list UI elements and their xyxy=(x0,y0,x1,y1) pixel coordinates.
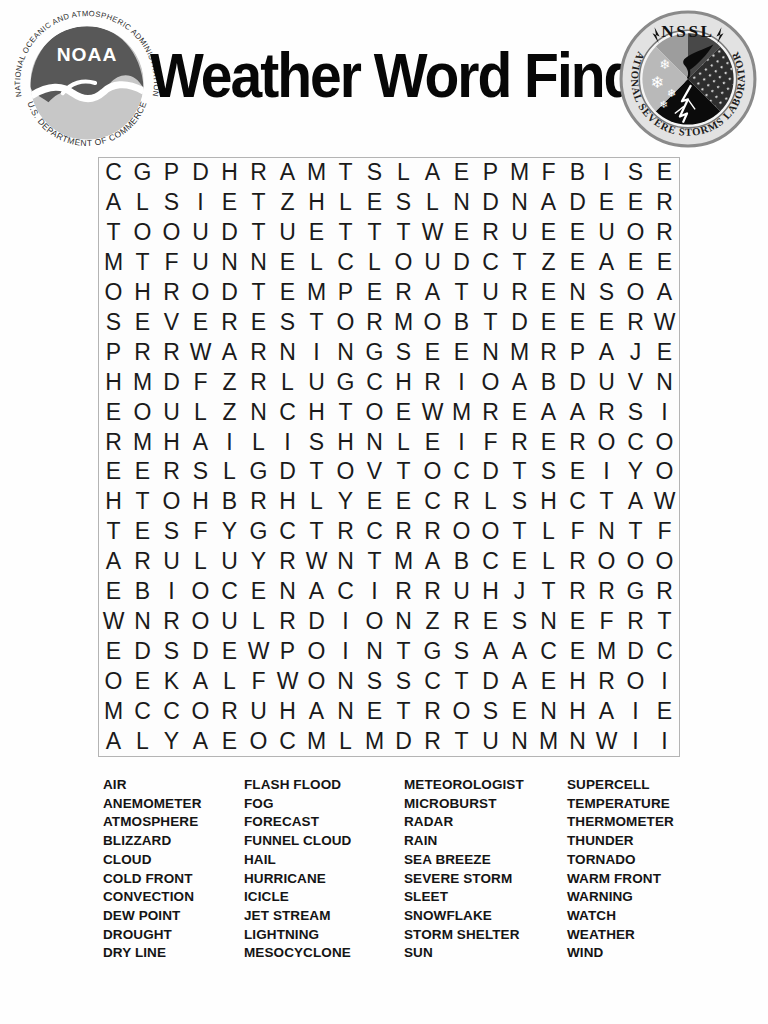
grid-cell-r12c3[interactable]: O xyxy=(157,487,186,517)
grid-cell-r2c13[interactable]: N xyxy=(447,188,476,218)
grid-cell-r9c15[interactable]: E xyxy=(505,397,534,427)
grid-cell-r1c3[interactable]: P xyxy=(157,158,186,188)
grid-cell-r12c20[interactable]: W xyxy=(650,487,679,517)
grid-cell-r15c8[interactable]: A xyxy=(302,577,331,607)
grid-cell-r4c19[interactable]: E xyxy=(621,248,650,278)
grid-cell-r15c4[interactable]: O xyxy=(186,577,215,607)
grid-cell-r12c8[interactable]: L xyxy=(302,487,331,517)
grid-cell-r19c3[interactable]: C xyxy=(157,696,186,726)
grid-cell-r5c9[interactable]: P xyxy=(331,278,360,308)
grid-cell-r9c7[interactable]: C xyxy=(273,397,302,427)
grid-cell-r9c13[interactable]: M xyxy=(447,397,476,427)
grid-cell-r17c20[interactable]: C xyxy=(650,636,679,666)
grid-cell-r13c4[interactable]: F xyxy=(186,517,215,547)
grid-cell-r15c11[interactable]: R xyxy=(389,577,418,607)
grid-cell-r1c19[interactable]: S xyxy=(621,158,650,188)
grid-cell-r1c4[interactable]: D xyxy=(186,158,215,188)
grid-cell-r17c8[interactable]: O xyxy=(302,636,331,666)
grid-cell-r8c15[interactable]: A xyxy=(505,367,534,397)
grid-cell-r15c20[interactable]: R xyxy=(650,577,679,607)
grid-cell-r16c6[interactable]: L xyxy=(244,606,273,636)
grid-cell-r16c9[interactable]: I xyxy=(331,606,360,636)
grid-cell-r10c12[interactable]: E xyxy=(418,427,447,457)
grid-cell-r16c7[interactable]: R xyxy=(273,606,302,636)
grid-cell-r5c11[interactable]: R xyxy=(389,278,418,308)
grid-cell-r6c7[interactable]: S xyxy=(273,307,302,337)
grid-cell-r16c11[interactable]: N xyxy=(389,606,418,636)
grid-cell-r6c19[interactable]: R xyxy=(621,307,650,337)
grid-cell-r10c10[interactable]: N xyxy=(360,427,389,457)
grid-cell-r4c20[interactable]: E xyxy=(650,248,679,278)
grid-cell-r19c2[interactable]: C xyxy=(128,696,157,726)
grid-cell-r11c9[interactable]: O xyxy=(331,457,360,487)
grid-cell-r2c11[interactable]: S xyxy=(389,188,418,218)
grid-cell-r3c2[interactable]: O xyxy=(128,218,157,248)
grid-cell-r18c4[interactable]: A xyxy=(186,666,215,696)
grid-cell-r19c4[interactable]: O xyxy=(186,696,215,726)
grid-cell-r20c5[interactable]: E xyxy=(215,726,244,756)
grid-cell-r20c9[interactable]: L xyxy=(331,726,360,756)
grid-cell-r9c3[interactable]: U xyxy=(157,397,186,427)
grid-cell-r5c6[interactable]: T xyxy=(244,278,273,308)
grid-cell-r7c16[interactable]: R xyxy=(534,337,563,367)
grid-cell-r20c1[interactable]: A xyxy=(99,726,128,756)
grid-cell-r7c8[interactable]: I xyxy=(302,337,331,367)
grid-cell-r6c4[interactable]: E xyxy=(186,307,215,337)
grid-cell-r17c3[interactable]: S xyxy=(157,636,186,666)
grid-cell-r18c16[interactable]: E xyxy=(534,666,563,696)
grid-cell-r5c8[interactable]: M xyxy=(302,278,331,308)
grid-cell-r7c1[interactable]: P xyxy=(99,337,128,367)
grid-cell-r11c16[interactable]: S xyxy=(534,457,563,487)
grid-cell-r4c14[interactable]: C xyxy=(476,248,505,278)
grid-cell-r5c5[interactable]: D xyxy=(215,278,244,308)
grid-cell-r8c14[interactable]: O xyxy=(476,367,505,397)
grid-cell-r9c2[interactable]: O xyxy=(128,397,157,427)
grid-cell-r7c20[interactable]: E xyxy=(650,337,679,367)
grid-cell-r2c15[interactable]: N xyxy=(505,188,534,218)
grid-cell-r16c15[interactable]: S xyxy=(505,606,534,636)
grid-cell-r15c10[interactable]: I xyxy=(360,577,389,607)
grid-cell-r10c3[interactable]: H xyxy=(157,427,186,457)
grid-cell-r6c5[interactable]: R xyxy=(215,307,244,337)
grid-cell-r18c18[interactable]: R xyxy=(592,666,621,696)
grid-cell-r18c6[interactable]: F xyxy=(244,666,273,696)
grid-cell-r14c1[interactable]: A xyxy=(99,547,128,577)
grid-cell-r3c12[interactable]: W xyxy=(418,218,447,248)
grid-cell-r19c17[interactable]: H xyxy=(563,696,592,726)
grid-cell-r14c5[interactable]: U xyxy=(215,547,244,577)
grid-cell-r2c8[interactable]: H xyxy=(302,188,331,218)
grid-cell-r19c14[interactable]: S xyxy=(476,696,505,726)
grid-cell-r18c7[interactable]: W xyxy=(273,666,302,696)
grid-cell-r8c5[interactable]: Z xyxy=(215,367,244,397)
grid-cell-r1c12[interactable]: A xyxy=(418,158,447,188)
grid-cell-r4c12[interactable]: U xyxy=(418,248,447,278)
grid-cell-r7c9[interactable]: N xyxy=(331,337,360,367)
grid-cell-r14c10[interactable]: T xyxy=(360,547,389,577)
grid-cell-r16c12[interactable]: Z xyxy=(418,606,447,636)
grid-cell-r3c18[interactable]: U xyxy=(592,218,621,248)
grid-cell-r6c8[interactable]: T xyxy=(302,307,331,337)
grid-cell-r14c16[interactable]: L xyxy=(534,547,563,577)
grid-cell-r7c17[interactable]: P xyxy=(563,337,592,367)
grid-cell-r3c15[interactable]: U xyxy=(505,218,534,248)
grid-cell-r2c12[interactable]: L xyxy=(418,188,447,218)
grid-cell-r5c20[interactable]: A xyxy=(650,278,679,308)
grid-cell-r3c7[interactable]: U xyxy=(273,218,302,248)
grid-cell-r8c7[interactable]: L xyxy=(273,367,302,397)
grid-cell-r19c1[interactable]: M xyxy=(99,696,128,726)
grid-cell-r4c11[interactable]: O xyxy=(389,248,418,278)
grid-cell-r14c3[interactable]: U xyxy=(157,547,186,577)
grid-cell-r20c10[interactable]: M xyxy=(360,726,389,756)
grid-cell-r10c8[interactable]: S xyxy=(302,427,331,457)
grid-cell-r1c2[interactable]: G xyxy=(128,158,157,188)
grid-cell-r1c9[interactable]: T xyxy=(331,158,360,188)
grid-cell-r13c18[interactable]: N xyxy=(592,517,621,547)
grid-cell-r15c6[interactable]: E xyxy=(244,577,273,607)
grid-cell-r1c16[interactable]: F xyxy=(534,158,563,188)
grid-cell-r10c6[interactable]: L xyxy=(244,427,273,457)
grid-cell-r2c19[interactable]: E xyxy=(621,188,650,218)
grid-cell-r11c7[interactable]: D xyxy=(273,457,302,487)
grid-cell-r6c18[interactable]: E xyxy=(592,307,621,337)
grid-cell-r10c5[interactable]: I xyxy=(215,427,244,457)
grid-cell-r14c18[interactable]: O xyxy=(592,547,621,577)
grid-cell-r7c12[interactable]: E xyxy=(418,337,447,367)
grid-cell-r20c4[interactable]: A xyxy=(186,726,215,756)
grid-cell-r3c11[interactable]: T xyxy=(389,218,418,248)
grid-cell-r19c10[interactable]: E xyxy=(360,696,389,726)
grid-cell-r4c3[interactable]: F xyxy=(157,248,186,278)
grid-cell-r6c15[interactable]: D xyxy=(505,307,534,337)
grid-cell-r4c10[interactable]: L xyxy=(360,248,389,278)
grid-cell-r20c12[interactable]: R xyxy=(418,726,447,756)
grid-cell-r17c14[interactable]: A xyxy=(476,636,505,666)
grid-cell-r5c4[interactable]: O xyxy=(186,278,215,308)
grid-cell-r2c17[interactable]: D xyxy=(563,188,592,218)
grid-cell-r19c19[interactable]: I xyxy=(621,696,650,726)
grid-cell-r11c11[interactable]: T xyxy=(389,457,418,487)
grid-cell-r19c9[interactable]: N xyxy=(331,696,360,726)
grid-cell-r8c3[interactable]: D xyxy=(157,367,186,397)
grid-cell-r3c8[interactable]: E xyxy=(302,218,331,248)
grid-cell-r20c17[interactable]: N xyxy=(563,726,592,756)
grid-cell-r17c6[interactable]: W xyxy=(244,636,273,666)
grid-cell-r11c5[interactable]: L xyxy=(215,457,244,487)
grid-cell-r19c16[interactable]: N xyxy=(534,696,563,726)
grid-cell-r15c19[interactable]: G xyxy=(621,577,650,607)
grid-cell-r18c11[interactable]: S xyxy=(389,666,418,696)
grid-cell-r4c9[interactable]: C xyxy=(331,248,360,278)
grid-cell-r11c3[interactable]: R xyxy=(157,457,186,487)
grid-cell-r20c7[interactable]: C xyxy=(273,726,302,756)
grid-cell-r2c4[interactable]: I xyxy=(186,188,215,218)
grid-cell-r18c10[interactable]: S xyxy=(360,666,389,696)
grid-cell-r17c7[interactable]: P xyxy=(273,636,302,666)
grid-cell-r17c4[interactable]: D xyxy=(186,636,215,666)
grid-cell-r15c2[interactable]: B xyxy=(128,577,157,607)
grid-cell-r3c6[interactable]: T xyxy=(244,218,273,248)
grid-cell-r16c17[interactable]: E xyxy=(563,606,592,636)
grid-cell-r8c2[interactable]: M xyxy=(128,367,157,397)
grid-cell-r19c18[interactable]: A xyxy=(592,696,621,726)
grid-cell-r17c11[interactable]: T xyxy=(389,636,418,666)
grid-cell-r16c1[interactable]: W xyxy=(99,606,128,636)
grid-cell-r5c2[interactable]: H xyxy=(128,278,157,308)
grid-cell-r8c12[interactable]: R xyxy=(418,367,447,397)
grid-cell-r18c3[interactable]: K xyxy=(157,666,186,696)
grid-cell-r18c8[interactable]: O xyxy=(302,666,331,696)
grid-cell-r13c10[interactable]: C xyxy=(360,517,389,547)
grid-cell-r1c13[interactable]: E xyxy=(447,158,476,188)
grid-cell-r3c19[interactable]: O xyxy=(621,218,650,248)
grid-cell-r2c6[interactable]: T xyxy=(244,188,273,218)
grid-cell-r3c14[interactable]: R xyxy=(476,218,505,248)
grid-cell-r4c15[interactable]: T xyxy=(505,248,534,278)
grid-cell-r3c9[interactable]: T xyxy=(331,218,360,248)
grid-cell-r5c16[interactable]: E xyxy=(534,278,563,308)
grid-cell-r15c15[interactable]: J xyxy=(505,577,534,607)
grid-cell-r16c3[interactable]: R xyxy=(157,606,186,636)
grid-cell-r7c13[interactable]: E xyxy=(447,337,476,367)
grid-cell-r3c10[interactable]: T xyxy=(360,218,389,248)
grid-cell-r5c1[interactable]: O xyxy=(99,278,128,308)
grid-cell-r11c19[interactable]: Y xyxy=(621,457,650,487)
grid-cell-r13c16[interactable]: L xyxy=(534,517,563,547)
grid-cell-r13c14[interactable]: O xyxy=(476,517,505,547)
grid-cell-r6c12[interactable]: O xyxy=(418,307,447,337)
grid-cell-r14c17[interactable]: R xyxy=(563,547,592,577)
grid-cell-r8c9[interactable]: G xyxy=(331,367,360,397)
grid-cell-r12c12[interactable]: C xyxy=(418,487,447,517)
grid-cell-r19c7[interactable]: H xyxy=(273,696,302,726)
grid-cell-r10c14[interactable]: F xyxy=(476,427,505,457)
grid-cell-r1c17[interactable]: B xyxy=(563,158,592,188)
grid-cell-r9c11[interactable]: E xyxy=(389,397,418,427)
grid-cell-r14c6[interactable]: Y xyxy=(244,547,273,577)
grid-cell-r17c17[interactable]: E xyxy=(563,636,592,666)
grid-cell-r2c16[interactable]: A xyxy=(534,188,563,218)
grid-cell-r6c10[interactable]: R xyxy=(360,307,389,337)
grid-cell-r1c7[interactable]: A xyxy=(273,158,302,188)
grid-cell-r5c18[interactable]: S xyxy=(592,278,621,308)
grid-cell-r15c13[interactable]: U xyxy=(447,577,476,607)
grid-cell-r15c1[interactable]: E xyxy=(99,577,128,607)
grid-cell-r10c9[interactable]: H xyxy=(331,427,360,457)
grid-cell-r9c10[interactable]: O xyxy=(360,397,389,427)
grid-cell-r20c8[interactable]: M xyxy=(302,726,331,756)
grid-cell-r18c5[interactable]: L xyxy=(215,666,244,696)
grid-cell-r10c2[interactable]: M xyxy=(128,427,157,457)
grid-cell-r1c14[interactable]: P xyxy=(476,158,505,188)
grid-cell-r3c3[interactable]: O xyxy=(157,218,186,248)
grid-cell-r4c17[interactable]: E xyxy=(563,248,592,278)
grid-cell-r9c9[interactable]: T xyxy=(331,397,360,427)
grid-cell-r10c15[interactable]: R xyxy=(505,427,534,457)
grid-cell-r4c8[interactable]: L xyxy=(302,248,331,278)
grid-cell-r20c20[interactable]: I xyxy=(650,726,679,756)
grid-cell-r5c7[interactable]: E xyxy=(273,278,302,308)
grid-cell-r1c6[interactable]: R xyxy=(244,158,273,188)
grid-cell-r19c6[interactable]: U xyxy=(244,696,273,726)
grid-cell-r10c19[interactable]: C xyxy=(621,427,650,457)
grid-cell-r14c14[interactable]: C xyxy=(476,547,505,577)
grid-cell-r7c19[interactable]: J xyxy=(621,337,650,367)
grid-cell-r10c20[interactable]: O xyxy=(650,427,679,457)
grid-cell-r3c20[interactable]: R xyxy=(650,218,679,248)
grid-cell-r15c18[interactable]: R xyxy=(592,577,621,607)
grid-cell-r4c2[interactable]: T xyxy=(128,248,157,278)
grid-cell-r4c16[interactable]: Z xyxy=(534,248,563,278)
grid-cell-r18c2[interactable]: E xyxy=(128,666,157,696)
grid-cell-r11c6[interactable]: G xyxy=(244,457,273,487)
grid-cell-r12c1[interactable]: H xyxy=(99,487,128,517)
grid-cell-r5c17[interactable]: N xyxy=(563,278,592,308)
grid-cell-r7c2[interactable]: R xyxy=(128,337,157,367)
grid-cell-r8c8[interactable]: U xyxy=(302,367,331,397)
grid-cell-r13c13[interactable]: O xyxy=(447,517,476,547)
grid-cell-r17c5[interactable]: E xyxy=(215,636,244,666)
grid-cell-r4c13[interactable]: D xyxy=(447,248,476,278)
grid-cell-r9c16[interactable]: A xyxy=(534,397,563,427)
grid-cell-r2c10[interactable]: E xyxy=(360,188,389,218)
grid-cell-r5c15[interactable]: R xyxy=(505,278,534,308)
grid-cell-r15c14[interactable]: H xyxy=(476,577,505,607)
grid-cell-r2c2[interactable]: L xyxy=(128,188,157,218)
grid-cell-r12c4[interactable]: H xyxy=(186,487,215,517)
grid-cell-r3c1[interactable]: T xyxy=(99,218,128,248)
grid-cell-r15c17[interactable]: R xyxy=(563,577,592,607)
grid-cell-r17c1[interactable]: E xyxy=(99,636,128,666)
grid-cell-r13c12[interactable]: R xyxy=(418,517,447,547)
grid-cell-r20c2[interactable]: L xyxy=(128,726,157,756)
grid-cell-r17c16[interactable]: C xyxy=(534,636,563,666)
grid-cell-r1c8[interactable]: M xyxy=(302,158,331,188)
grid-cell-r8c1[interactable]: H xyxy=(99,367,128,397)
grid-cell-r14c11[interactable]: M xyxy=(389,547,418,577)
grid-cell-r3c13[interactable]: E xyxy=(447,218,476,248)
grid-cell-r10c18[interactable]: O xyxy=(592,427,621,457)
grid-cell-r11c13[interactable]: C xyxy=(447,457,476,487)
grid-cell-r2c18[interactable]: E xyxy=(592,188,621,218)
grid-cell-r13c17[interactable]: F xyxy=(563,517,592,547)
grid-cell-r15c16[interactable]: T xyxy=(534,577,563,607)
grid-cell-r18c15[interactable]: A xyxy=(505,666,534,696)
grid-cell-r14c8[interactable]: W xyxy=(302,547,331,577)
grid-cell-r2c3[interactable]: S xyxy=(157,188,186,218)
grid-cell-r5c14[interactable]: U xyxy=(476,278,505,308)
grid-cell-r14c4[interactable]: L xyxy=(186,547,215,577)
grid-cell-r13c7[interactable]: C xyxy=(273,517,302,547)
grid-cell-r16c13[interactable]: R xyxy=(447,606,476,636)
grid-cell-r7c18[interactable]: A xyxy=(592,337,621,367)
grid-cell-r9c1[interactable]: E xyxy=(99,397,128,427)
grid-cell-r16c19[interactable]: R xyxy=(621,606,650,636)
grid-cell-r16c18[interactable]: F xyxy=(592,606,621,636)
grid-cell-r10c11[interactable]: L xyxy=(389,427,418,457)
grid-cell-r8c19[interactable]: V xyxy=(621,367,650,397)
grid-cell-r20c18[interactable]: W xyxy=(592,726,621,756)
grid-cell-r16c16[interactable]: N xyxy=(534,606,563,636)
grid-cell-r19c5[interactable]: R xyxy=(215,696,244,726)
grid-cell-r19c20[interactable]: E xyxy=(650,696,679,726)
grid-cell-r7c10[interactable]: G xyxy=(360,337,389,367)
grid-cell-r3c4[interactable]: U xyxy=(186,218,215,248)
grid-cell-r18c13[interactable]: T xyxy=(447,666,476,696)
grid-cell-r14c9[interactable]: N xyxy=(331,547,360,577)
grid-cell-r9c6[interactable]: N xyxy=(244,397,273,427)
grid-cell-r11c4[interactable]: S xyxy=(186,457,215,487)
grid-cell-r14c19[interactable]: O xyxy=(621,547,650,577)
grid-cell-r3c16[interactable]: E xyxy=(534,218,563,248)
grid-cell-r13c11[interactable]: R xyxy=(389,517,418,547)
grid-cell-r1c15[interactable]: M xyxy=(505,158,534,188)
grid-cell-r2c7[interactable]: Z xyxy=(273,188,302,218)
grid-cell-r19c13[interactable]: O xyxy=(447,696,476,726)
grid-cell-r14c2[interactable]: R xyxy=(128,547,157,577)
grid-cell-r9c4[interactable]: L xyxy=(186,397,215,427)
grid-cell-r13c20[interactable]: F xyxy=(650,517,679,547)
grid-cell-r13c8[interactable]: T xyxy=(302,517,331,547)
grid-cell-r12c5[interactable]: B xyxy=(215,487,244,517)
grid-cell-r10c4[interactable]: A xyxy=(186,427,215,457)
grid-cell-r11c18[interactable]: I xyxy=(592,457,621,487)
grid-cell-r7c5[interactable]: A xyxy=(215,337,244,367)
grid-cell-r6c6[interactable]: E xyxy=(244,307,273,337)
grid-cell-r3c17[interactable]: E xyxy=(563,218,592,248)
grid-cell-r8c17[interactable]: D xyxy=(563,367,592,397)
grid-cell-r4c4[interactable]: U xyxy=(186,248,215,278)
grid-cell-r11c17[interactable]: E xyxy=(563,457,592,487)
grid-cell-r5c19[interactable]: O xyxy=(621,278,650,308)
grid-cell-r11c12[interactable]: O xyxy=(418,457,447,487)
grid-cell-r13c2[interactable]: E xyxy=(128,517,157,547)
grid-cell-r9c12[interactable]: W xyxy=(418,397,447,427)
grid-cell-r20c16[interactable]: M xyxy=(534,726,563,756)
grid-cell-r6c20[interactable]: W xyxy=(650,307,679,337)
grid-cell-r9c17[interactable]: A xyxy=(563,397,592,427)
grid-cell-r9c18[interactable]: R xyxy=(592,397,621,427)
grid-cell-r11c8[interactable]: T xyxy=(302,457,331,487)
grid-cell-r13c9[interactable]: R xyxy=(331,517,360,547)
grid-cell-r11c2[interactable]: E xyxy=(128,457,157,487)
grid-cell-r11c1[interactable]: E xyxy=(99,457,128,487)
grid-cell-r11c20[interactable]: O xyxy=(650,457,679,487)
grid-cell-r17c9[interactable]: I xyxy=(331,636,360,666)
grid-cell-r10c13[interactable]: I xyxy=(447,427,476,457)
grid-cell-r10c16[interactable]: E xyxy=(534,427,563,457)
grid-cell-r12c10[interactable]: E xyxy=(360,487,389,517)
grid-cell-r7c3[interactable]: R xyxy=(157,337,186,367)
grid-cell-r5c13[interactable]: T xyxy=(447,278,476,308)
grid-cell-r4c18[interactable]: A xyxy=(592,248,621,278)
grid-cell-r13c1[interactable]: T xyxy=(99,517,128,547)
grid-cell-r13c3[interactable]: S xyxy=(157,517,186,547)
grid-cell-r17c13[interactable]: S xyxy=(447,636,476,666)
grid-cell-r9c5[interactable]: Z xyxy=(215,397,244,427)
grid-cell-r8c13[interactable]: I xyxy=(447,367,476,397)
grid-cell-r19c15[interactable]: E xyxy=(505,696,534,726)
grid-cell-r1c11[interactable]: L xyxy=(389,158,418,188)
grid-cell-r13c5[interactable]: Y xyxy=(215,517,244,547)
grid-cell-r2c5[interactable]: E xyxy=(215,188,244,218)
grid-cell-r14c20[interactable]: O xyxy=(650,547,679,577)
grid-cell-r6c16[interactable]: E xyxy=(534,307,563,337)
grid-cell-r17c10[interactable]: N xyxy=(360,636,389,666)
grid-cell-r9c19[interactable]: S xyxy=(621,397,650,427)
